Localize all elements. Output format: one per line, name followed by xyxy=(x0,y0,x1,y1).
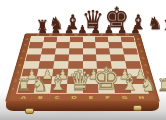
white-knight-g1[interactable]: ♞ xyxy=(140,75,157,94)
white-knight-b1[interactable]: ♞ xyxy=(31,75,48,94)
brass-latch-right xyxy=(133,105,142,111)
black-knight-g8[interactable]: ♞ xyxy=(147,15,162,32)
white-king-e1[interactable]: ♚ xyxy=(92,63,120,94)
white-bishop-f1[interactable]: ♝ xyxy=(120,72,140,94)
white-bishop-c1[interactable]: ♝ xyxy=(48,72,68,94)
white-rook-h1[interactable]: ♜ xyxy=(157,77,166,94)
black-pawn-h7[interactable]: ♟ xyxy=(130,24,140,35)
brass-latch-left xyxy=(25,108,34,114)
chess-set-photo: ABCDEFGH 87654321 87654321 ABCDEFGH ♜♞♝♛… xyxy=(0,0,166,120)
black-rook-h8[interactable]: ♜ xyxy=(162,18,166,32)
black-pawn-rank: ♟♟♟♟♟♟♟♟ xyxy=(36,22,142,35)
black-pawn-f7[interactable]: ♟ xyxy=(104,24,114,35)
black-pawn-d7[interactable]: ♟ xyxy=(77,24,87,35)
black-pawn-g7[interactable]: ♟ xyxy=(117,24,127,35)
white-queen-d1[interactable]: ♛ xyxy=(68,67,92,94)
black-pawn-b7[interactable]: ♟ xyxy=(51,24,61,35)
white-back-rank: ♜♞♝♛♚♝♞♜ xyxy=(16,61,154,94)
black-pawn-a7[interactable]: ♟ xyxy=(38,24,48,35)
black-pawn-c7[interactable]: ♟ xyxy=(64,24,74,35)
white-rook-a1[interactable]: ♜ xyxy=(16,77,31,94)
black-pawn-e7[interactable]: ♟ xyxy=(91,24,101,35)
